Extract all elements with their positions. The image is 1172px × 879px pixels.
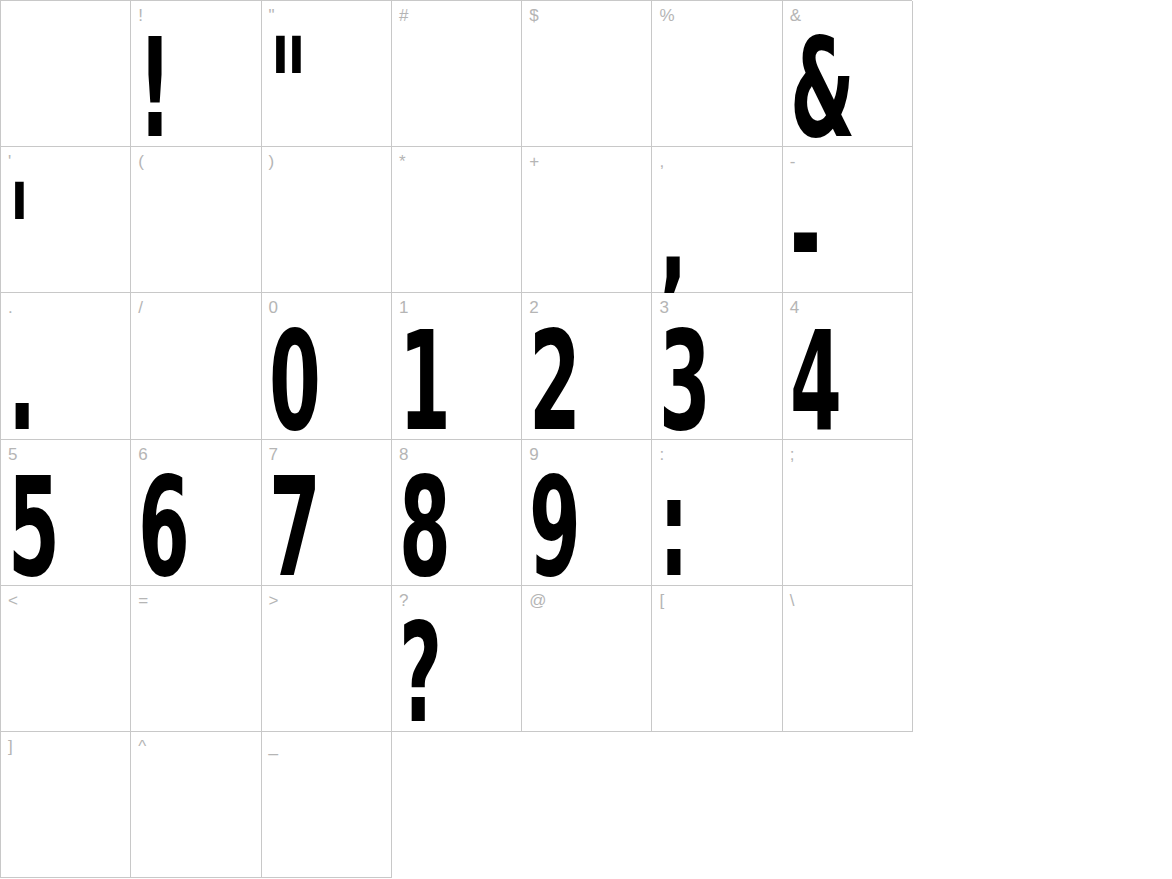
char-code-label: $: [529, 6, 538, 26]
char-cell: %: [652, 1, 782, 147]
char-cell: 22: [522, 293, 652, 439]
char-code-label: 0: [269, 298, 278, 318]
char-cell: ..: [1, 293, 131, 439]
char-code-label: ": [269, 6, 275, 26]
char-glyph: :: [659, 459, 689, 597]
char-code-label: ?: [399, 591, 408, 611]
char-code-label: ]: [8, 737, 13, 757]
char-cell: +: [522, 147, 652, 293]
char-code-label: :: [659, 445, 664, 465]
char-glyph: 6: [138, 459, 190, 597]
char-cell: ]: [1, 732, 131, 878]
char-cell: '': [1, 147, 131, 293]
char-glyph: 4: [790, 313, 842, 451]
char-cell: [: [652, 586, 782, 732]
char-glyph: ': [8, 166, 31, 304]
char-code-label: ;: [790, 445, 795, 465]
char-code-label: 5: [8, 445, 17, 465]
char-cell: 55: [1, 440, 131, 586]
char-glyph: ?: [399, 605, 442, 743]
char-cell: (: [131, 147, 261, 293]
char-glyph: 3: [659, 313, 711, 451]
char-code-label: ': [8, 152, 11, 172]
char-code-label: 9: [529, 445, 538, 465]
char-code-label: [: [659, 591, 664, 611]
char-code-label: \: [790, 591, 795, 611]
char-code-label: ^: [138, 737, 146, 757]
char-code-label: 8: [399, 445, 408, 465]
character-map-grid: !!""#$%&&''()*+,,--../001122334455667788…: [0, 0, 912, 878]
char-cell: ): [262, 147, 392, 293]
char-code-label: 4: [790, 298, 799, 318]
char-cell: 33: [652, 293, 782, 439]
char-glyph: &: [790, 20, 855, 158]
char-code-label: &: [790, 6, 801, 26]
char-code-label: ,: [659, 152, 664, 172]
char-code-label: (: [138, 152, 144, 172]
char-code-label: .: [8, 298, 13, 318]
char-glyph: !: [138, 20, 172, 158]
char-code-label: %: [659, 6, 674, 26]
char-code-label: 2: [529, 298, 538, 318]
char-glyph: -: [790, 166, 821, 304]
char-cell: 99: [522, 440, 652, 586]
char-cell: $: [522, 1, 652, 147]
char-cell: ??: [392, 586, 522, 732]
char-glyph: 5: [8, 459, 60, 597]
char-cell: 88: [392, 440, 522, 586]
char-cell: 00: [262, 293, 392, 439]
char-cell: =: [131, 586, 261, 732]
char-glyph: ,: [659, 166, 687, 304]
char-code-label: 7: [269, 445, 278, 465]
char-cell: 77: [262, 440, 392, 586]
char-cell: #: [392, 1, 522, 147]
char-code-label: ): [269, 152, 275, 172]
char-cell: ::: [652, 440, 782, 586]
char-code-label: =: [138, 591, 148, 611]
char-cell: \: [783, 586, 913, 732]
char-code-label: @: [529, 591, 546, 611]
char-cell: 66: [131, 440, 261, 586]
char-code-label: *: [399, 152, 406, 172]
char-glyph: 7: [269, 459, 321, 597]
char-code-label: _: [269, 737, 278, 757]
char-cell: _: [262, 732, 392, 878]
char-glyph: 2: [529, 313, 581, 451]
char-code-label: -: [790, 152, 796, 172]
char-cell: "": [262, 1, 392, 147]
char-code-label: 3: [659, 298, 668, 318]
char-cell: 11: [392, 293, 522, 439]
char-cell: ^: [131, 732, 261, 878]
char-cell: [1, 1, 131, 147]
char-code-label: /: [138, 298, 143, 318]
char-cell: 44: [783, 293, 913, 439]
char-glyph: 9: [529, 459, 581, 597]
char-code-label: #: [399, 6, 408, 26]
char-glyph: 0: [269, 313, 321, 451]
char-cell: <: [1, 586, 131, 732]
char-cell: &&: [783, 1, 913, 147]
char-cell: >: [262, 586, 392, 732]
char-code-label: +: [529, 152, 539, 172]
char-cell: /: [131, 293, 261, 439]
char-code-label: >: [269, 591, 279, 611]
char-cell: *: [392, 147, 522, 293]
char-code-label: 1: [399, 298, 408, 318]
char-code-label: 6: [138, 445, 147, 465]
char-glyph: .: [8, 313, 36, 451]
char-cell: ,,: [652, 147, 782, 293]
char-cell: @: [522, 586, 652, 732]
char-code-label: !: [138, 6, 143, 26]
char-glyph: ": [269, 20, 308, 158]
char-glyph: 1: [399, 313, 451, 451]
char-code-label: <: [8, 591, 18, 611]
char-cell: !!: [131, 1, 261, 147]
char-cell: ;: [783, 440, 913, 586]
char-cell: --: [783, 147, 913, 293]
char-glyph: 8: [399, 459, 451, 597]
